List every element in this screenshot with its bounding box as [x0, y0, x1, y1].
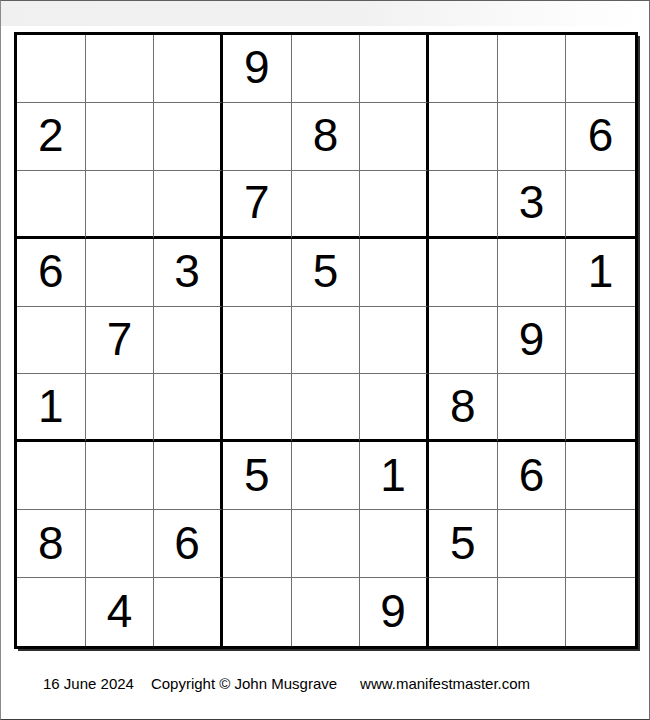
- sudoku-board: 9286736351791851686549: [14, 32, 638, 649]
- cell-r6c8[interactable]: [498, 374, 567, 442]
- cell-r3c9[interactable]: [566, 171, 635, 239]
- cell-r2c3[interactable]: [154, 103, 223, 171]
- cell-r1c2[interactable]: [86, 35, 155, 103]
- cell-r8c9[interactable]: [566, 510, 635, 578]
- cell-r9c5[interactable]: [292, 578, 361, 646]
- cell-r6c6[interactable]: [360, 374, 429, 442]
- puzzle-page: 9286736351791851686549 16 June 2024Copyr…: [0, 0, 650, 720]
- footer-copyright: Copyright © John Musgrave: [151, 675, 337, 692]
- cell-r9c6[interactable]: 9: [360, 578, 429, 646]
- cell-r3c6[interactable]: [360, 171, 429, 239]
- cell-r5c8[interactable]: 9: [498, 307, 567, 375]
- cell-r9c7[interactable]: [429, 578, 498, 646]
- cell-r7c5[interactable]: [292, 442, 361, 510]
- header-band: [1, 1, 649, 26]
- cell-r7c1[interactable]: [17, 442, 86, 510]
- cell-r5c5[interactable]: [292, 307, 361, 375]
- cell-r7c4[interactable]: 5: [223, 442, 292, 510]
- cell-r7c7[interactable]: [429, 442, 498, 510]
- cell-r3c7[interactable]: [429, 171, 498, 239]
- cell-r7c2[interactable]: [86, 442, 155, 510]
- cell-r6c2[interactable]: [86, 374, 155, 442]
- cell-r3c3[interactable]: [154, 171, 223, 239]
- cell-r8c4[interactable]: [223, 510, 292, 578]
- cell-r4c3[interactable]: 3: [154, 239, 223, 307]
- cell-r6c1[interactable]: 1: [17, 374, 86, 442]
- cell-r1c1[interactable]: [17, 35, 86, 103]
- footer: 16 June 2024Copyright © John Musgravewww…: [43, 675, 530, 692]
- cell-r9c9[interactable]: [566, 578, 635, 646]
- cell-r6c9[interactable]: [566, 374, 635, 442]
- cell-r4c2[interactable]: [86, 239, 155, 307]
- cell-r8c5[interactable]: [292, 510, 361, 578]
- cell-r3c5[interactable]: [292, 171, 361, 239]
- cell-r2c4[interactable]: [223, 103, 292, 171]
- cell-r2c6[interactable]: [360, 103, 429, 171]
- cell-r2c9[interactable]: 6: [566, 103, 635, 171]
- cell-r7c9[interactable]: [566, 442, 635, 510]
- cell-r9c1[interactable]: [17, 578, 86, 646]
- cell-r9c3[interactable]: [154, 578, 223, 646]
- cell-r5c4[interactable]: [223, 307, 292, 375]
- cell-r4c7[interactable]: [429, 239, 498, 307]
- cell-r1c8[interactable]: [498, 35, 567, 103]
- cell-r8c3[interactable]: 6: [154, 510, 223, 578]
- cell-r6c5[interactable]: [292, 374, 361, 442]
- cell-r8c8[interactable]: [498, 510, 567, 578]
- cell-r8c7[interactable]: 5: [429, 510, 498, 578]
- cell-r9c8[interactable]: [498, 578, 567, 646]
- cell-r9c2[interactable]: 4: [86, 578, 155, 646]
- cell-r4c8[interactable]: [498, 239, 567, 307]
- cell-r5c6[interactable]: [360, 307, 429, 375]
- cell-r4c4[interactable]: [223, 239, 292, 307]
- cell-r3c2[interactable]: [86, 171, 155, 239]
- cell-r7c6[interactable]: 1: [360, 442, 429, 510]
- cell-r7c3[interactable]: [154, 442, 223, 510]
- cell-r8c6[interactable]: [360, 510, 429, 578]
- cell-r2c7[interactable]: [429, 103, 498, 171]
- cell-r6c3[interactable]: [154, 374, 223, 442]
- cell-r7c8[interactable]: 6: [498, 442, 567, 510]
- cell-r1c4[interactable]: 9: [223, 35, 292, 103]
- cell-r9c4[interactable]: [223, 578, 292, 646]
- cell-r3c4[interactable]: 7: [223, 171, 292, 239]
- cell-r2c2[interactable]: [86, 103, 155, 171]
- cell-r4c6[interactable]: [360, 239, 429, 307]
- footer-website: www.manifestmaster.com: [360, 675, 530, 692]
- cell-r4c9[interactable]: 1: [566, 239, 635, 307]
- cell-r1c9[interactable]: [566, 35, 635, 103]
- cell-r1c6[interactable]: [360, 35, 429, 103]
- cell-r1c3[interactable]: [154, 35, 223, 103]
- cell-r5c9[interactable]: [566, 307, 635, 375]
- cell-r2c1[interactable]: 2: [17, 103, 86, 171]
- cell-r1c7[interactable]: [429, 35, 498, 103]
- cell-r8c1[interactable]: 8: [17, 510, 86, 578]
- cell-r5c1[interactable]: [17, 307, 86, 375]
- cell-r6c7[interactable]: 8: [429, 374, 498, 442]
- cell-r6c4[interactable]: [223, 374, 292, 442]
- cell-r3c8[interactable]: 3: [498, 171, 567, 239]
- cell-r2c5[interactable]: 8: [292, 103, 361, 171]
- footer-date: 16 June 2024: [43, 675, 134, 692]
- cell-r5c7[interactable]: [429, 307, 498, 375]
- cell-r4c1[interactable]: 6: [17, 239, 86, 307]
- cell-r1c5[interactable]: [292, 35, 361, 103]
- cell-r2c8[interactable]: [498, 103, 567, 171]
- cell-r5c2[interactable]: 7: [86, 307, 155, 375]
- cell-r3c1[interactable]: [17, 171, 86, 239]
- cell-r4c5[interactable]: 5: [292, 239, 361, 307]
- cell-r8c2[interactable]: [86, 510, 155, 578]
- cell-r5c3[interactable]: [154, 307, 223, 375]
